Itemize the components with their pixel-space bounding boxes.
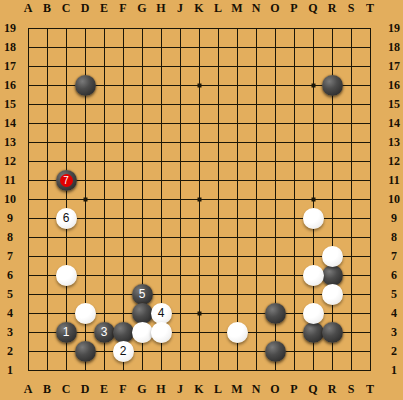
col-label-top-F: F	[115, 0, 131, 16]
col-label-bottom-E: E	[96, 381, 112, 397]
col-label-top-L: L	[210, 0, 226, 16]
row-label-right-16: 16	[384, 77, 403, 93]
black-stone-R6	[322, 265, 343, 286]
col-label-top-J: J	[172, 0, 188, 16]
row-label-left-16: 16	[0, 77, 20, 93]
col-label-bottom-C: C	[58, 381, 74, 397]
row-label-left-11: 11	[0, 172, 20, 188]
col-label-bottom-N: N	[248, 381, 264, 397]
goban[interactable]: AABBCCDDEEFFGGHHJJKKLLMMNNOOPPQQRRSSTT19…	[0, 0, 403, 400]
white-stone-H4: 4	[151, 303, 172, 324]
col-label-top-K: K	[191, 0, 207, 16]
row-label-right-8: 8	[384, 229, 403, 245]
black-stone-G5: 5	[132, 284, 153, 305]
col-label-top-G: G	[134, 0, 150, 16]
row-label-left-5: 5	[0, 286, 20, 302]
row-label-left-19: 19	[0, 20, 20, 36]
white-stone-H3	[151, 322, 172, 343]
row-label-right-18: 18	[384, 39, 403, 55]
col-label-top-E: E	[96, 0, 112, 16]
star-point-D10	[84, 198, 88, 202]
col-label-top-H: H	[153, 0, 169, 16]
col-label-bottom-J: J	[172, 381, 188, 397]
move-number: 3	[101, 325, 108, 339]
row-label-right-9: 9	[384, 210, 403, 226]
white-stone-Q6	[303, 265, 324, 286]
row-label-left-9: 9	[0, 210, 20, 226]
col-label-top-N: N	[248, 0, 264, 16]
move-number: 6	[63, 211, 70, 225]
row-label-right-4: 4	[384, 305, 403, 321]
row-label-left-1: 1	[0, 362, 20, 378]
row-label-left-17: 17	[0, 58, 20, 74]
black-stone-O4	[265, 303, 286, 324]
col-label-top-D: D	[77, 0, 93, 16]
black-stone-R3	[322, 322, 343, 343]
row-label-right-6: 6	[384, 267, 403, 283]
row-label-right-10: 10	[384, 191, 403, 207]
move-number: 1	[63, 325, 70, 339]
black-stone-C11: 7	[56, 170, 77, 191]
row-label-left-7: 7	[0, 248, 20, 264]
white-stone-Q9	[303, 208, 324, 229]
col-label-bottom-Q: Q	[305, 381, 321, 397]
row-label-left-2: 2	[0, 343, 20, 359]
row-label-right-7: 7	[384, 248, 403, 264]
white-stone-M3	[227, 322, 248, 343]
row-label-left-14: 14	[0, 115, 20, 131]
row-label-right-5: 5	[384, 286, 403, 302]
star-point-Q16	[312, 84, 316, 88]
col-label-bottom-L: L	[210, 381, 226, 397]
black-stone-Q3	[303, 322, 324, 343]
black-stone-D16	[75, 75, 96, 96]
col-label-bottom-T: T	[362, 381, 378, 397]
row-label-right-2: 2	[384, 343, 403, 359]
col-label-top-O: O	[267, 0, 283, 16]
row-label-left-8: 8	[0, 229, 20, 245]
white-stone-F2: 2	[113, 341, 134, 362]
row-label-left-6: 6	[0, 267, 20, 283]
row-label-right-11: 11	[384, 172, 403, 188]
col-label-top-Q: Q	[305, 0, 321, 16]
row-label-right-15: 15	[384, 96, 403, 112]
row-label-right-3: 3	[384, 324, 403, 340]
star-point-Q10	[312, 198, 316, 202]
move-number: 4	[158, 306, 165, 320]
white-stone-C6	[56, 265, 77, 286]
white-stone-Q4	[303, 303, 324, 324]
col-label-top-R: R	[324, 0, 340, 16]
col-label-bottom-B: B	[39, 381, 55, 397]
move-number: 5	[139, 287, 146, 301]
col-label-bottom-F: F	[115, 381, 131, 397]
col-label-top-M: M	[229, 0, 245, 16]
col-label-top-C: C	[58, 0, 74, 16]
row-label-left-18: 18	[0, 39, 20, 55]
row-label-left-3: 3	[0, 324, 20, 340]
row-label-right-13: 13	[384, 134, 403, 150]
col-label-bottom-G: G	[134, 381, 150, 397]
white-stone-D4	[75, 303, 96, 324]
col-label-bottom-H: H	[153, 381, 169, 397]
black-stone-D2	[75, 341, 96, 362]
col-label-top-B: B	[39, 0, 55, 16]
star-point-K4	[198, 312, 202, 316]
white-stone-R7	[322, 246, 343, 267]
row-label-left-13: 13	[0, 134, 20, 150]
row-label-right-1: 1	[384, 362, 403, 378]
col-label-bottom-O: O	[267, 381, 283, 397]
row-label-left-10: 10	[0, 191, 20, 207]
star-point-K16	[198, 84, 202, 88]
black-stone-R16	[322, 75, 343, 96]
col-label-top-T: T	[362, 0, 378, 16]
col-label-bottom-K: K	[191, 381, 207, 397]
row-label-right-19: 19	[384, 20, 403, 36]
white-stone-C9: 6	[56, 208, 77, 229]
row-label-left-15: 15	[0, 96, 20, 112]
col-label-bottom-A: A	[20, 381, 36, 397]
black-stone-O2	[265, 341, 286, 362]
white-stone-G3	[132, 322, 153, 343]
black-stone-G4	[132, 303, 153, 324]
col-label-bottom-P: P	[286, 381, 302, 397]
row-label-left-12: 12	[0, 153, 20, 169]
row-label-right-14: 14	[384, 115, 403, 131]
black-stone-F3	[113, 322, 134, 343]
black-stone-E3: 3	[94, 322, 115, 343]
col-label-top-S: S	[343, 0, 359, 16]
col-label-top-P: P	[286, 0, 302, 16]
col-label-bottom-M: M	[229, 381, 245, 397]
col-label-bottom-S: S	[343, 381, 359, 397]
row-label-right-17: 17	[384, 58, 403, 74]
white-stone-R5	[322, 284, 343, 305]
row-label-right-12: 12	[384, 153, 403, 169]
col-label-top-A: A	[20, 0, 36, 16]
col-label-bottom-R: R	[324, 381, 340, 397]
black-stone-C3: 1	[56, 322, 77, 343]
row-label-left-4: 4	[0, 305, 20, 321]
last-move-marker: 7	[60, 174, 73, 187]
star-point-K10	[198, 198, 202, 202]
col-label-bottom-D: D	[77, 381, 93, 397]
move-number: 2	[120, 344, 127, 358]
